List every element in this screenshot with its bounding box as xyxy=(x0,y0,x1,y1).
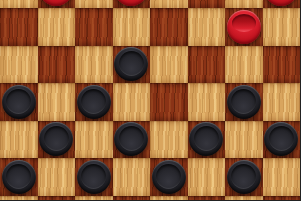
square-r4c0 xyxy=(0,121,38,159)
red-checker-piece[interactable] xyxy=(114,0,148,6)
square-r6c5[interactable] xyxy=(188,196,226,201)
square-r1c2[interactable] xyxy=(75,8,113,46)
square-r3c2[interactable] xyxy=(75,83,113,121)
square-r2c3[interactable] xyxy=(113,46,151,84)
square-r5c3 xyxy=(113,158,151,196)
red-checker-piece[interactable] xyxy=(264,0,298,6)
square-r3c6[interactable] xyxy=(225,83,263,121)
square-r1c3 xyxy=(113,8,151,46)
square-r5c5 xyxy=(188,158,226,196)
square-r4c3[interactable] xyxy=(113,121,151,159)
square-r4c4 xyxy=(150,121,188,159)
square-r0c6 xyxy=(225,0,263,8)
square-r1c4[interactable] xyxy=(150,8,188,46)
square-r2c1[interactable] xyxy=(38,46,76,84)
square-r6c4 xyxy=(150,196,188,201)
red-checker-piece[interactable] xyxy=(227,10,261,44)
checkers-board xyxy=(0,0,300,200)
square-r3c1 xyxy=(38,83,76,121)
square-r5c0[interactable] xyxy=(0,158,38,196)
black-checker-piece[interactable] xyxy=(189,122,223,156)
square-r6c3[interactable] xyxy=(113,196,151,201)
square-r1c6[interactable] xyxy=(225,8,263,46)
square-r1c0[interactable] xyxy=(0,8,38,46)
square-r4c2 xyxy=(75,121,113,159)
square-r1c7 xyxy=(263,8,301,46)
square-r2c6 xyxy=(225,46,263,84)
square-r6c2 xyxy=(75,196,113,201)
black-checker-piece[interactable] xyxy=(2,160,36,194)
square-r4c5[interactable] xyxy=(188,121,226,159)
square-r1c5 xyxy=(188,8,226,46)
square-r2c0 xyxy=(0,46,38,84)
square-r3c3 xyxy=(113,83,151,121)
black-checker-piece[interactable] xyxy=(227,85,261,119)
square-r0c0 xyxy=(0,0,38,8)
black-checker-piece[interactable] xyxy=(114,122,148,156)
square-r6c6 xyxy=(225,196,263,201)
black-checker-piece[interactable] xyxy=(2,85,36,119)
square-r5c7 xyxy=(263,158,301,196)
square-r5c4[interactable] xyxy=(150,158,188,196)
black-checker-piece[interactable] xyxy=(227,160,261,194)
square-r5c2[interactable] xyxy=(75,158,113,196)
square-r3c0[interactable] xyxy=(0,83,38,121)
red-checker-piece[interactable] xyxy=(39,0,73,6)
black-checker-piece[interactable] xyxy=(39,122,73,156)
square-r3c7 xyxy=(263,83,301,121)
square-r0c4 xyxy=(150,0,188,8)
square-r2c7[interactable] xyxy=(263,46,301,84)
square-r2c5[interactable] xyxy=(188,46,226,84)
square-r0c1[interactable] xyxy=(38,0,76,8)
square-r4c7[interactable] xyxy=(263,121,301,159)
square-r4c6 xyxy=(225,121,263,159)
square-r6c1[interactable] xyxy=(38,196,76,201)
square-r3c5 xyxy=(188,83,226,121)
square-r4c1[interactable] xyxy=(38,121,76,159)
square-r2c2 xyxy=(75,46,113,84)
square-r2c4 xyxy=(150,46,188,84)
black-checker-piece[interactable] xyxy=(114,47,148,81)
square-r0c3[interactable] xyxy=(113,0,151,8)
square-r6c0 xyxy=(0,196,38,201)
black-checker-piece[interactable] xyxy=(264,122,298,156)
black-checker-piece[interactable] xyxy=(77,160,111,194)
black-checker-piece[interactable] xyxy=(152,160,186,194)
square-r6c7[interactable] xyxy=(263,196,301,201)
square-r5c1 xyxy=(38,158,76,196)
square-r1c1 xyxy=(38,8,76,46)
black-checker-piece[interactable] xyxy=(77,85,111,119)
square-r0c5[interactable] xyxy=(188,0,226,8)
checkers-game-view xyxy=(0,0,300,200)
square-r0c7[interactable] xyxy=(263,0,301,8)
square-r0c2 xyxy=(75,0,113,8)
square-r5c6[interactable] xyxy=(225,158,263,196)
square-r3c4[interactable] xyxy=(150,83,188,121)
